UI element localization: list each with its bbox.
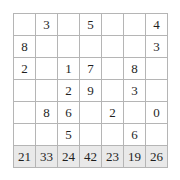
- empty-fill-cell[interactable]: [146, 124, 168, 146]
- given-digit-cell: 7: [80, 58, 102, 80]
- empty-fill-cell[interactable]: [80, 36, 102, 58]
- empty-fill-cell[interactable]: [146, 80, 168, 102]
- empty-fill-cell[interactable]: [102, 80, 124, 102]
- empty-fill-cell[interactable]: [14, 80, 36, 102]
- empty-fill-cell[interactable]: [58, 36, 80, 58]
- given-digit-cell: 5: [58, 124, 80, 146]
- empty-fill-cell[interactable]: [102, 14, 124, 36]
- given-digit-cell: 2: [58, 80, 80, 102]
- empty-fill-cell[interactable]: [36, 80, 58, 102]
- given-digit-cell: 9: [80, 80, 102, 102]
- empty-fill-cell[interactable]: [36, 58, 58, 80]
- empty-fill-cell[interactable]: [146, 58, 168, 80]
- column-sum-cell: 26: [146, 146, 168, 168]
- given-digit-cell: 5: [80, 14, 102, 36]
- given-digit-cell: 4: [146, 14, 168, 36]
- puzzle-grid: 35483217829386205621332442231926: [13, 13, 168, 168]
- empty-fill-cell[interactable]: [36, 124, 58, 146]
- given-digit-cell: 6: [124, 124, 146, 146]
- column-sum-cell: 42: [80, 146, 102, 168]
- empty-fill-cell[interactable]: [80, 124, 102, 146]
- empty-fill-cell[interactable]: [124, 36, 146, 58]
- empty-fill-cell[interactable]: [124, 14, 146, 36]
- given-digit-cell: 2: [14, 58, 36, 80]
- given-digit-cell: 1: [58, 58, 80, 80]
- given-digit-cell: 2: [102, 102, 124, 124]
- empty-fill-cell[interactable]: [14, 124, 36, 146]
- column-sum-cell: 24: [58, 146, 80, 168]
- given-digit-cell: 6: [58, 102, 80, 124]
- given-digit-cell: 3: [124, 80, 146, 102]
- empty-fill-cell[interactable]: [36, 36, 58, 58]
- column-sum-cell: 23: [102, 146, 124, 168]
- given-digit-cell: 8: [124, 58, 146, 80]
- column-sum-cell: 21: [14, 146, 36, 168]
- empty-fill-cell[interactable]: [102, 124, 124, 146]
- given-digit-cell: 8: [14, 36, 36, 58]
- given-digit-cell: 0: [146, 102, 168, 124]
- empty-fill-cell[interactable]: [102, 36, 124, 58]
- column-sum-cell: 33: [36, 146, 58, 168]
- given-digit-cell: 8: [36, 102, 58, 124]
- given-digit-cell: 3: [36, 14, 58, 36]
- empty-fill-cell[interactable]: [14, 102, 36, 124]
- empty-fill-cell[interactable]: [124, 102, 146, 124]
- puzzle-page: 35483217829386205621332442231926: [0, 0, 180, 180]
- empty-fill-cell[interactable]: [80, 102, 102, 124]
- empty-fill-cell[interactable]: [58, 14, 80, 36]
- empty-fill-cell[interactable]: [14, 14, 36, 36]
- column-sum-cell: 19: [124, 146, 146, 168]
- empty-fill-cell[interactable]: [102, 58, 124, 80]
- given-digit-cell: 3: [146, 36, 168, 58]
